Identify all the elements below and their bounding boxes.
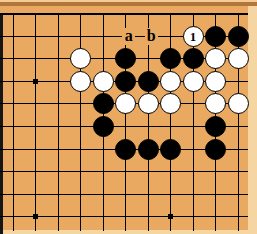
white-stone [160, 93, 181, 114]
grid-line-vertical [170, 13, 171, 231]
black-stone [93, 93, 114, 114]
grid-line-vertical [125, 13, 126, 231]
white-stone [70, 48, 91, 69]
white-stone [205, 71, 226, 92]
white-stone [205, 48, 226, 69]
white-stone [138, 93, 159, 114]
go-diagram: ab1 [0, 0, 257, 234]
grid-line-vertical [13, 13, 14, 231]
black-stone [183, 48, 204, 69]
black-stone [115, 71, 136, 92]
star-point [33, 79, 38, 84]
white-stone-move-1: 1 [183, 26, 204, 47]
point-label-b: b [145, 28, 158, 45]
grid-line-horizontal [0, 171, 248, 172]
star-point [33, 214, 38, 219]
move-number-label: 1 [190, 30, 197, 43]
black-stone [138, 71, 159, 92]
black-stone [160, 139, 181, 160]
black-stone [138, 139, 159, 160]
black-stone [228, 26, 249, 47]
grid-line-vertical [148, 13, 149, 231]
white-stone [205, 93, 226, 114]
black-stone [93, 116, 114, 137]
white-stone [70, 71, 91, 92]
black-stone [160, 48, 181, 69]
black-stone [115, 48, 136, 69]
black-stone [205, 116, 226, 137]
grid-line-vertical [35, 13, 36, 231]
board-grid-layer: ab1 [0, 0, 257, 234]
white-stone [228, 93, 249, 114]
grid-line-horizontal [0, 194, 248, 195]
white-stone [160, 71, 181, 92]
white-stone [93, 71, 114, 92]
black-stone [115, 139, 136, 160]
grid-line-vertical [80, 13, 81, 231]
grid-line-vertical [58, 13, 59, 231]
white-stone [183, 71, 204, 92]
point-label-a: a [122, 28, 135, 45]
black-stone [205, 139, 226, 160]
grid-line-horizontal [0, 13, 248, 15]
black-stone [205, 26, 226, 47]
star-point [168, 214, 173, 219]
white-stone [228, 48, 249, 69]
white-stone [115, 93, 136, 114]
